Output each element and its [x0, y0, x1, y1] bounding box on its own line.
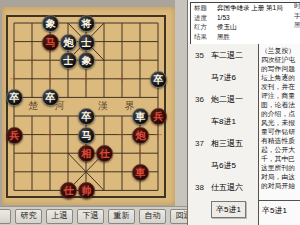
annotation-text: （兰复按）四次征沪屯的写作问题坛上角逐的发刊，并在评注，商量图，论着法的介绍，点…	[259, 44, 300, 190]
toolbar-button-4[interactable]: 重新	[108, 209, 135, 224]
annotation-line: （兰复按）	[261, 46, 300, 55]
toolbar-button-partial[interactable]	[0, 209, 11, 224]
piece-black-elephant-c2r0[interactable]: 象	[42, 15, 59, 32]
annotation-line: 的对局开始	[261, 181, 300, 190]
move-black[interactable]: 车8进1	[211, 116, 236, 127]
annotation-line: 图，论着法	[261, 100, 300, 109]
move-row-black[interactable]: 马6进5	[188, 154, 258, 176]
info-row: 进度1/53	[191, 13, 300, 23]
annotation-line: 这里所刊的	[261, 163, 300, 172]
info-value: 黑胜	[217, 32, 230, 42]
piece-black-cannon-c3r1[interactable]: 炮	[60, 34, 77, 51]
move-number: 35	[188, 51, 204, 60]
info-clipped-label: 时	[294, 1, 300, 11]
move-black[interactable]: 马6进5	[211, 160, 236, 171]
move-number: 37	[188, 139, 204, 148]
info-label: 结果	[194, 32, 214, 42]
piece-black-general-c4r0[interactable]: 将	[78, 15, 95, 32]
annotation-line: 的介绍，点	[261, 109, 300, 118]
annotation-line: 坛上角逐的	[261, 73, 300, 82]
move-row-red[interactable]: 38仕五退六	[188, 176, 258, 198]
game-info-box: 标题弈国争雄录 上册 第1局进度1/53红方侯玉山结果黑胜	[190, 2, 300, 45]
piece-black-soldier-c4r5[interactable]: 卒	[78, 108, 95, 125]
info-row: 结果黑胜	[191, 32, 300, 42]
info-value: 弈国争雄录 上册 第1局	[217, 3, 283, 13]
piece-red-soldier-c0r6[interactable]: 兵	[6, 127, 23, 144]
move-number: 36	[188, 95, 204, 104]
piece-black-soldier-c8r3[interactable]: 卒	[150, 71, 167, 88]
annotation-line: 千，其中已	[261, 154, 300, 163]
piece-black-chariot-c7r5[interactable]: 車	[132, 108, 149, 125]
board-side-strip	[175, 0, 187, 206]
move-row-red[interactable]: 35车二退二	[188, 44, 258, 66]
info-row: 红方侯玉山	[191, 22, 300, 32]
game-info-rows: 标题弈国争雄录 上册 第1局进度1/53红方侯玉山结果黑胜	[191, 3, 300, 41]
game-info-clipped-column: 时手黑	[294, 1, 300, 30]
annotation-line: 对局，由这	[261, 172, 300, 181]
board-pane: 楚 河 漢 界 象将马炮士士象卒卒卒卒車兵兵马炮相仕車仕帅 研究上退下退重新自动…	[0, 0, 187, 225]
annotation-line: 的写作问题	[261, 64, 300, 73]
info-clipped-label: 手	[294, 11, 300, 21]
move-list[interactable]: 35车二退二马7进636炮二退一车8进137相三退五马6进538仕五退六卒5进1	[188, 44, 259, 225]
move-red[interactable]: 车二退二	[211, 50, 243, 61]
move-number: 38	[188, 183, 204, 192]
info-row: 标题弈国争雄录 上册 第1局	[191, 3, 300, 13]
piece-red-horse-c2r1[interactable]: 马	[42, 34, 59, 51]
move-row-black[interactable]: 车8进1	[188, 110, 258, 132]
annotation-line: 有精选性质	[261, 136, 300, 145]
current-move-label: 卒5进1	[259, 200, 300, 225]
move-row-red[interactable]: 37相三退五	[188, 132, 258, 154]
move-red[interactable]: 相三退五	[211, 138, 243, 149]
xiangqi-board[interactable]: 楚 河 漢 界 象将马炮士士象卒卒卒卒車兵兵马炮相仕車仕帅	[2, 7, 175, 205]
move-black[interactable]: 卒5进1	[211, 201, 246, 218]
annotation-line: 四次征沪屯	[261, 55, 300, 64]
move-red[interactable]: 炮二退一	[211, 94, 243, 105]
info-clipped-label: 黑	[294, 20, 300, 30]
info-value: 1/53	[217, 13, 230, 23]
annotation-line: 评注，商量	[261, 91, 300, 100]
move-row-black[interactable]: 马7进6	[188, 66, 258, 88]
annotation-line: 起，公开大	[261, 145, 300, 154]
move-black[interactable]: 马7进6	[211, 72, 236, 83]
annotation-line: 风光，未报	[261, 118, 300, 127]
move-row-black[interactable]: 卒5进1	[188, 198, 258, 220]
toolbar-button-3[interactable]: 下退	[77, 209, 104, 224]
annotation-line: 发刊，并在	[261, 82, 300, 91]
annotation-line: 量可作钻研	[261, 127, 300, 136]
annotation-column: （兰复按）四次征沪屯的写作问题坛上角逐的发刊，并在评注，商量图，论着法的介绍，点…	[259, 44, 300, 225]
info-value: 侯玉山	[217, 22, 237, 32]
info-pane: 标题弈国争雄录 上册 第1局进度1/53红方侯玉山结果黑胜 时手黑 35车二退二…	[187, 0, 300, 225]
move-row-red[interactable]: 36炮二退一	[188, 88, 258, 110]
piece-black-advisor-c4r1[interactable]: 士	[78, 34, 95, 51]
toolbar-button-1[interactable]: 研究	[15, 209, 42, 224]
piece-red-cannon-c7r6[interactable]: 炮	[132, 127, 149, 144]
piece-black-horse-c4r6[interactable]: 马	[78, 127, 95, 144]
piece-red-chariot-c7r8[interactable]: 車	[132, 164, 149, 181]
move-red[interactable]: 仕五退六	[211, 182, 243, 193]
piece-red-soldier-c8r5[interactable]: 兵	[150, 108, 167, 125]
info-label: 进度	[194, 13, 214, 23]
info-label: 标题	[194, 3, 214, 13]
xiangqi-app: 楚 河 漢 界 象将马炮士士象卒卒卒卒車兵兵马炮相仕車仕帅 研究上退下退重新自动…	[0, 0, 300, 225]
toolbar-button-2[interactable]: 上退	[46, 209, 73, 224]
info-label: 红方	[194, 22, 214, 32]
toolbar-button-5[interactable]: 自动	[139, 209, 166, 224]
board-toolbar: 研究上退下退重新自动回退前进	[0, 206, 187, 225]
